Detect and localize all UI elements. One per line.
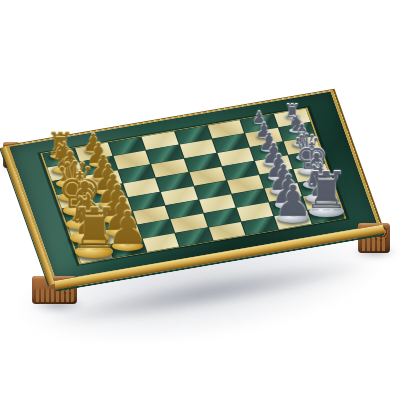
chess-set-product-photo: ♜︎♜︎♟︎♟︎♞︎♞︎♟︎♟︎♝︎♝︎♟︎♟︎♟︎♟︎♜︎♜︎♛︎♛︎♟︎♟︎… bbox=[0, 0, 400, 400]
chess-board bbox=[6, 90, 381, 282]
